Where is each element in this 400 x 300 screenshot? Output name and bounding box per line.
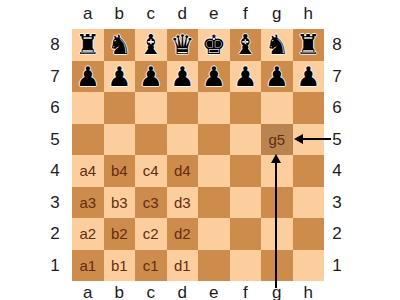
square-e4[interactable]	[198, 155, 230, 187]
square-f1[interactable]	[230, 250, 262, 282]
square-d4[interactable]: d4	[167, 155, 199, 187]
square-b2[interactable]: b2	[104, 218, 136, 250]
file-labels-bottom: abcdefgh	[72, 281, 324, 300]
square-d8[interactable]: ♛	[167, 29, 199, 61]
square-b8[interactable]: ♞	[104, 29, 136, 61]
square-c5[interactable]	[135, 124, 167, 156]
file-label-c-bottom: c	[135, 281, 167, 300]
square-b6[interactable]	[104, 92, 136, 124]
rank-label-5-left: 5	[42, 124, 68, 156]
rank-label-1-left: 1	[42, 250, 68, 282]
rank-label-1-right: 1	[324, 250, 350, 282]
square-d1[interactable]: d1	[167, 250, 199, 282]
square-b5[interactable]	[104, 124, 136, 156]
square-a1[interactable]: a1	[72, 250, 104, 282]
square-e3[interactable]	[198, 187, 230, 219]
file-label-c-top: c	[135, 2, 167, 24]
square-a8[interactable]: ♜	[72, 29, 104, 61]
square-label-a4: a4	[79, 163, 96, 178]
rank-label-4-right: 4	[324, 155, 350, 187]
square-b4[interactable]: b4	[104, 155, 136, 187]
file-label-h-bottom: h	[293, 281, 325, 300]
rank-label-6-right: 6	[324, 92, 350, 124]
square-a7[interactable]: ♟	[72, 61, 104, 93]
square-c1[interactable]: c1	[135, 250, 167, 282]
rank-label-4-left: 4	[42, 155, 68, 187]
square-b7[interactable]: ♟	[104, 61, 136, 93]
file-label-d-bottom: d	[167, 281, 199, 300]
square-label-c3: c3	[143, 195, 159, 210]
rank-label-2-left: 2	[42, 218, 68, 250]
square-a4[interactable]: a4	[72, 155, 104, 187]
square-d6[interactable]	[167, 92, 199, 124]
file-label-f-top: f	[230, 2, 262, 24]
file-label-b-bottom: b	[104, 281, 136, 300]
chess-notation-diagram: abcdefgh 87654321 87654321 abcdefgh ♜♞♝♛…	[0, 0, 400, 300]
square-c6[interactable]	[135, 92, 167, 124]
piece-black-pawn: ♟	[139, 63, 163, 90]
square-b3[interactable]: b3	[104, 187, 136, 219]
file-label-b-top: b	[104, 2, 136, 24]
square-e2[interactable]	[198, 218, 230, 250]
square-a2[interactable]: a2	[72, 218, 104, 250]
square-c7[interactable]: ♟	[135, 61, 167, 93]
square-f3[interactable]	[230, 187, 262, 219]
arrow-head-up-icon	[271, 154, 281, 163]
arrow-line-rank5-to-g5	[303, 138, 331, 140]
square-f6[interactable]	[230, 92, 262, 124]
square-f8[interactable]: ♝	[230, 29, 262, 61]
square-label-b1: b1	[111, 258, 128, 273]
square-label-c1: c1	[143, 258, 159, 273]
square-h6[interactable]	[293, 92, 325, 124]
arrow-head-left-icon	[294, 134, 303, 144]
rank-label-7-right: 7	[324, 61, 350, 93]
square-d5[interactable]	[167, 124, 199, 156]
piece-black-pawn: ♟	[233, 63, 257, 90]
file-label-a-top: a	[72, 2, 104, 24]
piece-black-bishop: ♝	[139, 31, 163, 58]
square-label-c4: c4	[143, 163, 159, 178]
file-label-g-top: g	[261, 2, 293, 24]
square-label-g5: g5	[268, 132, 285, 147]
piece-black-knight: ♞	[265, 31, 289, 58]
square-h1[interactable]	[293, 250, 325, 282]
arrow-line-fileg-to-g5	[275, 161, 277, 288]
piece-black-knight: ♞	[107, 31, 131, 58]
square-label-a1: a1	[79, 258, 96, 273]
piece-black-pawn: ♟	[202, 63, 226, 90]
square-g7[interactable]: ♟	[261, 61, 293, 93]
rank-labels-left: 87654321	[42, 29, 68, 281]
rank-label-8-right: 8	[324, 29, 350, 61]
square-label-b2: b2	[111, 226, 128, 241]
piece-black-king: ♚	[202, 31, 226, 58]
square-c3[interactable]: c3	[135, 187, 167, 219]
rank-label-8-left: 8	[42, 29, 68, 61]
square-g6[interactable]	[261, 92, 293, 124]
square-h3[interactable]	[293, 187, 325, 219]
square-label-b4: b4	[111, 163, 128, 178]
square-h8[interactable]: ♜	[293, 29, 325, 61]
square-label-d1: d1	[174, 258, 191, 273]
square-e5[interactable]	[198, 124, 230, 156]
square-d3[interactable]: d3	[167, 187, 199, 219]
file-label-f-bottom: f	[230, 281, 262, 300]
square-g8[interactable]: ♞	[261, 29, 293, 61]
piece-black-rook: ♜	[76, 31, 100, 58]
piece-black-bishop: ♝	[233, 31, 257, 58]
square-c4[interactable]: c4	[135, 155, 167, 187]
square-f7[interactable]: ♟	[230, 61, 262, 93]
rank-label-7-left: 7	[42, 61, 68, 93]
piece-black-rook: ♜	[296, 31, 320, 58]
square-d7[interactable]: ♟	[167, 61, 199, 93]
chess-board: ♜♞♝♛♚♝♞♜♟♟♟♟♟♟♟♟g5a4b4c4d4a3b3c3d3a2b2c2…	[72, 29, 324, 281]
square-d2[interactable]: d2	[167, 218, 199, 250]
rank-label-6-left: 6	[42, 92, 68, 124]
file-label-a-bottom: a	[72, 281, 104, 300]
square-b1[interactable]: b1	[104, 250, 136, 282]
file-labels-top: abcdefgh	[72, 2, 324, 24]
file-label-e-bottom: e	[198, 281, 230, 300]
square-label-b3: b3	[111, 195, 128, 210]
rank-label-3-left: 3	[42, 187, 68, 219]
piece-black-pawn: ♟	[107, 63, 131, 90]
square-c8[interactable]: ♝	[135, 29, 167, 61]
square-f5[interactable]	[230, 124, 262, 156]
square-label-d3: d3	[174, 195, 191, 210]
rank-labels-right: 87654321	[324, 29, 350, 281]
piece-black-pawn: ♟	[265, 63, 289, 90]
square-label-a2: a2	[79, 226, 96, 241]
square-a5[interactable]	[72, 124, 104, 156]
rank-label-3-right: 3	[324, 187, 350, 219]
square-e8[interactable]: ♚	[198, 29, 230, 61]
square-g5[interactable]: g5	[261, 124, 293, 156]
piece-black-pawn: ♟	[76, 63, 100, 90]
piece-black-pawn: ♟	[170, 63, 194, 90]
square-label-c2: c2	[143, 226, 159, 241]
piece-black-queen: ♛	[170, 31, 194, 58]
square-f4[interactable]	[230, 155, 262, 187]
square-e6[interactable]	[198, 92, 230, 124]
square-h4[interactable]	[293, 155, 325, 187]
square-h7[interactable]: ♟	[293, 61, 325, 93]
square-label-a3: a3	[79, 195, 96, 210]
rank-label-2-right: 2	[324, 218, 350, 250]
file-label-h-top: h	[293, 2, 325, 24]
file-label-d-top: d	[167, 2, 199, 24]
square-h2[interactable]	[293, 218, 325, 250]
square-e1[interactable]	[198, 250, 230, 282]
square-f2[interactable]	[230, 218, 262, 250]
file-label-e-top: e	[198, 2, 230, 24]
square-label-d4: d4	[174, 163, 191, 178]
piece-black-pawn: ♟	[296, 63, 320, 90]
square-label-d2: d2	[174, 226, 191, 241]
square-a6[interactable]	[72, 92, 104, 124]
square-e7[interactable]: ♟	[198, 61, 230, 93]
square-a3[interactable]: a3	[72, 187, 104, 219]
square-c2[interactable]: c2	[135, 218, 167, 250]
